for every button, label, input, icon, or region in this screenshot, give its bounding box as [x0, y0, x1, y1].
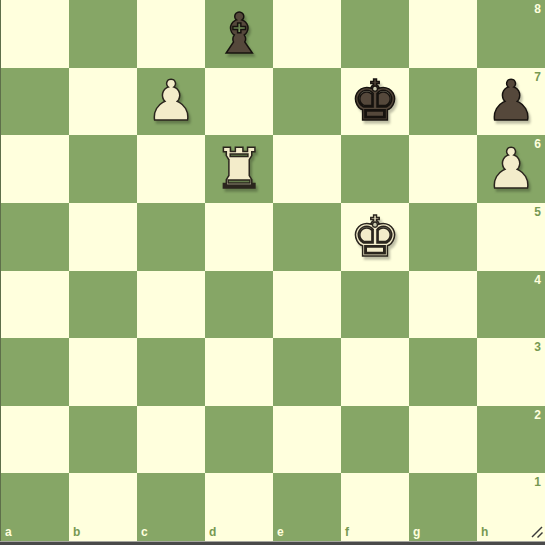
- square-a3[interactable]: [1, 338, 69, 406]
- rank-label-1: 1: [534, 476, 541, 488]
- square-a5[interactable]: [1, 203, 69, 271]
- square-c8[interactable]: [137, 0, 205, 68]
- square-f7[interactable]: ♚: [341, 68, 409, 136]
- white-pawn[interactable]: ♟: [146, 73, 196, 129]
- file-label-a: a: [5, 526, 12, 538]
- rank-label-4: 4: [534, 274, 541, 286]
- black-king[interactable]: ♚: [350, 73, 400, 129]
- black-pawn[interactable]: ♟: [486, 73, 536, 129]
- file-label-d: d: [209, 526, 216, 538]
- square-g1[interactable]: g: [409, 473, 477, 541]
- square-g3[interactable]: [409, 338, 477, 406]
- file-label-h: h: [481, 526, 488, 538]
- square-e3[interactable]: [273, 338, 341, 406]
- square-e7[interactable]: [273, 68, 341, 136]
- square-d7[interactable]: [205, 68, 273, 136]
- square-h3[interactable]: 3: [477, 338, 545, 406]
- file-label-b: b: [73, 526, 80, 538]
- rank-label-8: 8: [534, 3, 541, 15]
- square-a2[interactable]: [1, 406, 69, 474]
- file-label-c: c: [141, 526, 148, 538]
- board-container: ♝8♟♚7♟♜6♟♚5432abcdefg1h: [0, 0, 545, 545]
- square-c1[interactable]: c: [137, 473, 205, 541]
- chess-board: ♝8♟♚7♟♜6♟♚5432abcdefg1h: [1, 0, 545, 541]
- square-g5[interactable]: [409, 203, 477, 271]
- square-a7[interactable]: [1, 68, 69, 136]
- square-a4[interactable]: [1, 271, 69, 339]
- rank-label-2: 2: [534, 409, 541, 421]
- square-a6[interactable]: [1, 135, 69, 203]
- square-b5[interactable]: [69, 203, 137, 271]
- square-d6[interactable]: ♜: [205, 135, 273, 203]
- square-b3[interactable]: [69, 338, 137, 406]
- square-b8[interactable]: [69, 0, 137, 68]
- rank-label-5: 5: [534, 206, 541, 218]
- square-a8[interactable]: [1, 0, 69, 68]
- resize-handle-icon[interactable]: [529, 524, 544, 539]
- square-f4[interactable]: [341, 271, 409, 339]
- square-c2[interactable]: [137, 406, 205, 474]
- square-d3[interactable]: [205, 338, 273, 406]
- square-e5[interactable]: [273, 203, 341, 271]
- white-pawn[interactable]: ♟: [486, 141, 536, 197]
- white-king[interactable]: ♚: [350, 209, 400, 265]
- square-g8[interactable]: [409, 0, 477, 68]
- white-rook[interactable]: ♜: [214, 141, 264, 197]
- square-g6[interactable]: [409, 135, 477, 203]
- square-f5[interactable]: ♚: [341, 203, 409, 271]
- black-bishop[interactable]: ♝: [214, 6, 264, 62]
- square-c3[interactable]: [137, 338, 205, 406]
- square-d8[interactable]: ♝: [205, 0, 273, 68]
- file-label-g: g: [413, 526, 420, 538]
- square-f6[interactable]: [341, 135, 409, 203]
- square-b4[interactable]: [69, 271, 137, 339]
- square-f1[interactable]: f: [341, 473, 409, 541]
- square-c6[interactable]: [137, 135, 205, 203]
- square-b7[interactable]: [69, 68, 137, 136]
- square-f3[interactable]: [341, 338, 409, 406]
- file-label-f: f: [345, 526, 349, 538]
- square-c4[interactable]: [137, 271, 205, 339]
- square-h8[interactable]: 8: [477, 0, 545, 68]
- square-e2[interactable]: [273, 406, 341, 474]
- square-g7[interactable]: [409, 68, 477, 136]
- square-d5[interactable]: [205, 203, 273, 271]
- square-h5[interactable]: 5: [477, 203, 545, 271]
- square-b6[interactable]: [69, 135, 137, 203]
- square-h2[interactable]: 2: [477, 406, 545, 474]
- square-c5[interactable]: [137, 203, 205, 271]
- square-b2[interactable]: [69, 406, 137, 474]
- square-h4[interactable]: 4: [477, 271, 545, 339]
- square-f2[interactable]: [341, 406, 409, 474]
- square-d2[interactable]: [205, 406, 273, 474]
- square-e4[interactable]: [273, 271, 341, 339]
- square-d1[interactable]: d: [205, 473, 273, 541]
- square-g4[interactable]: [409, 271, 477, 339]
- square-e6[interactable]: [273, 135, 341, 203]
- square-g2[interactable]: [409, 406, 477, 474]
- square-h7[interactable]: 7♟: [477, 68, 545, 136]
- square-e1[interactable]: e: [273, 473, 341, 541]
- rank-label-3: 3: [534, 341, 541, 353]
- square-f8[interactable]: [341, 0, 409, 68]
- square-e8[interactable]: [273, 0, 341, 68]
- file-label-e: e: [277, 526, 284, 538]
- square-d4[interactable]: [205, 271, 273, 339]
- square-h6[interactable]: 6♟: [477, 135, 545, 203]
- square-a1[interactable]: a: [1, 473, 69, 541]
- square-h1[interactable]: 1h: [477, 473, 545, 541]
- square-c7[interactable]: ♟: [137, 68, 205, 136]
- board-left-edge: [0, 0, 1, 541]
- square-b1[interactable]: b: [69, 473, 137, 541]
